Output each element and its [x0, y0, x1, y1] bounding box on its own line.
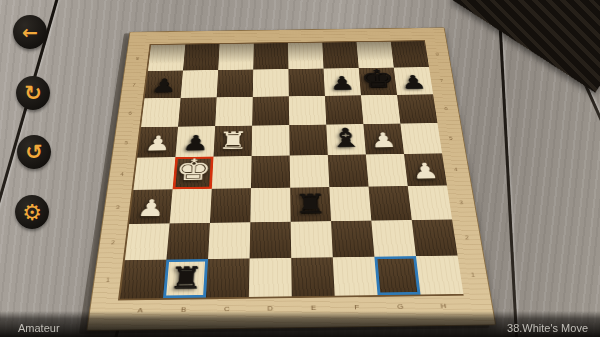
white-pawn-piece[interactable]: ♟	[137, 129, 178, 157]
rank-label-8: 8	[435, 52, 439, 56]
square-c5[interactable]: ♜	[213, 126, 252, 157]
square-g5[interactable]: ♟	[363, 124, 404, 155]
status-bar: Amateur 38.White's Move	[0, 311, 600, 337]
square-h2[interactable]	[412, 219, 458, 256]
square-g7[interactable]: ♚	[359, 68, 397, 96]
square-d7[interactable]	[253, 69, 289, 97]
square-b7[interactable]	[181, 70, 219, 98]
square-b2[interactable]	[166, 223, 210, 260]
rank-label-3: 3	[116, 204, 120, 209]
black-king-piece[interactable]: ♚	[359, 70, 397, 95]
square-f1[interactable]	[333, 257, 378, 296]
rank-label-5: 5	[449, 136, 453, 141]
square-b3[interactable]	[170, 189, 212, 224]
square-f6[interactable]	[325, 95, 363, 124]
square-c6[interactable]	[215, 97, 253, 126]
square-d1[interactable]	[249, 258, 292, 297]
redo-circular-arrow-icon: ↻	[24, 81, 42, 105]
file-label-h: H	[421, 301, 466, 311]
black-pawn-piece[interactable]: ♟	[324, 70, 361, 95]
square-e5[interactable]	[289, 125, 328, 156]
rank-label-6: 6	[128, 111, 132, 115]
square-e1[interactable]	[291, 257, 334, 296]
white-king-piece[interactable]: ♚	[173, 159, 214, 189]
square-e6[interactable]	[289, 96, 326, 125]
gear-icon: ⚙	[22, 200, 42, 225]
square-g1[interactable]	[374, 256, 420, 295]
rank-label-1: 1	[471, 271, 476, 277]
rank-label-7: 7	[440, 78, 444, 82]
square-b6[interactable]	[178, 97, 217, 126]
square-a3[interactable]: ♟	[129, 189, 172, 224]
square-c8[interactable]	[218, 44, 254, 70]
rank-label-8: 8	[136, 56, 140, 60]
square-f2[interactable]	[331, 221, 374, 258]
square-h7[interactable]: ♟	[394, 67, 433, 95]
square-c3[interactable]	[210, 188, 251, 223]
square-f8[interactable]	[322, 42, 358, 68]
square-e3[interactable]: ♜	[290, 187, 331, 222]
square-g3[interactable]	[369, 186, 412, 221]
square-h6[interactable]	[397, 94, 437, 123]
black-pawn-piece[interactable]: ♟	[145, 73, 183, 98]
chess-board: ♟♟♚♟♟♟♜♝♟♚♟♟♜♜ ABCDEFGH 87654321 8765432…	[86, 27, 496, 331]
rank-label-5: 5	[124, 140, 128, 145]
square-b1[interactable]: ♜	[163, 259, 208, 298]
square-f3[interactable]	[329, 187, 371, 222]
rank-label-3: 3	[459, 199, 463, 204]
square-a2[interactable]	[125, 223, 170, 260]
white-pawn-piece[interactable]: ♟	[364, 126, 404, 154]
back-arrow-icon: ←	[22, 21, 38, 43]
square-h3[interactable]	[408, 185, 452, 220]
app-root: ♟♟♚♟♟♟♜♝♟♚♟♟♜♜ ABCDEFGH 87654321 8765432…	[0, 0, 600, 337]
move-indicator-label: 38.White's Move	[507, 322, 588, 334]
rank-label-4: 4	[120, 171, 124, 176]
board-tilt-layer: ♟♟♚♟♟♟♜♝♟♚♟♟♜♜ ABCDEFGH 87654321 8765432…	[0, 0, 600, 337]
white-pawn-piece[interactable]: ♟	[129, 192, 172, 224]
settings-button[interactable]: ⚙	[15, 195, 49, 229]
square-c2[interactable]	[208, 222, 250, 259]
white-rook-piece[interactable]: ♜	[214, 128, 253, 156]
last-move-highlight	[374, 256, 420, 295]
square-d8[interactable]	[253, 43, 288, 69]
black-bishop-piece[interactable]: ♝	[326, 127, 365, 155]
rank-label-6: 6	[444, 106, 448, 110]
difficulty-label: Amateur	[18, 322, 60, 334]
black-rook-piece[interactable]: ♜	[290, 190, 331, 221]
white-pawn-piece[interactable]: ♟	[404, 156, 447, 186]
square-e8[interactable]	[288, 43, 324, 69]
square-a4[interactable]	[133, 157, 175, 190]
back-button[interactable]: ←	[13, 15, 47, 49]
square-b4[interactable]: ♚	[173, 157, 214, 190]
square-c7[interactable]	[217, 70, 254, 98]
square-c1[interactable]	[206, 258, 250, 297]
square-a7[interactable]: ♟	[145, 71, 183, 99]
redo-button[interactable]: ↻	[16, 76, 50, 110]
square-g2[interactable]	[371, 220, 416, 257]
square-g6[interactable]	[361, 95, 400, 124]
square-e4[interactable]	[290, 155, 330, 188]
square-f4[interactable]	[328, 154, 369, 187]
square-f7[interactable]: ♟	[324, 68, 361, 96]
undo-circular-arrow-icon: ↺	[25, 140, 43, 164]
rank-label-7: 7	[132, 83, 136, 87]
square-f5[interactable]: ♝	[326, 124, 366, 155]
square-d3[interactable]	[250, 188, 290, 223]
undo-button[interactable]: ↺	[17, 135, 51, 169]
black-rook-piece[interactable]: ♜	[163, 262, 208, 298]
rank-label-4: 4	[454, 167, 458, 172]
square-a5[interactable]: ♟	[137, 127, 178, 158]
rank-label-2: 2	[111, 239, 115, 245]
board-grid: ♟♟♚♟♟♟♜♝♟♚♟♟♜♜	[120, 41, 461, 298]
rank-label-1: 1	[106, 276, 111, 282]
square-d4[interactable]	[251, 156, 290, 189]
square-d5[interactable]	[252, 125, 290, 156]
square-a1[interactable]	[120, 260, 166, 299]
square-a8[interactable]	[148, 45, 185, 71]
square-e7[interactable]	[288, 69, 324, 97]
square-d2[interactable]	[250, 222, 292, 259]
square-c4[interactable]	[212, 156, 252, 189]
square-h4[interactable]: ♟	[404, 153, 447, 186]
square-e2[interactable]	[291, 221, 333, 258]
square-h8[interactable]	[391, 41, 429, 67]
square-h5[interactable]	[400, 123, 442, 154]
rank-label-2: 2	[465, 234, 470, 240]
black-pawn-piece[interactable]: ♟	[394, 69, 433, 94]
square-g4[interactable]	[366, 154, 408, 187]
square-h1[interactable]	[416, 256, 463, 295]
square-d6[interactable]	[252, 96, 289, 125]
square-a6[interactable]	[141, 98, 181, 127]
square-b8[interactable]	[183, 44, 220, 70]
